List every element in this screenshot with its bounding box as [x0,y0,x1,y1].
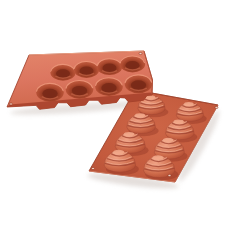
round-cavity [74,61,99,77]
cavity-bottom [42,89,57,99]
dome-apex-highlight [174,119,184,123]
silicone-molds-photo [0,0,228,228]
dome-apex-highlight [163,138,174,143]
product-photo [0,0,228,228]
round-cavity [95,78,123,96]
corner-hole [215,106,218,108]
cavity-bottom [80,66,94,75]
corner-hole [139,52,142,54]
corner-hole [92,167,95,169]
cavity-bottom [131,80,146,90]
cavity-bottom [101,83,116,93]
dome-apex-highlight [152,155,163,160]
flat-mold [7,51,153,109]
round-cavity [125,75,153,93]
corner-hole [168,174,171,176]
round-cavity [97,59,122,75]
round-cavity [50,64,75,80]
round-cavity [66,80,94,98]
dome-apex-highlight [113,150,124,155]
cavity-bottom [103,64,117,73]
dome-apex-highlight [184,102,194,106]
corner-hole [10,103,13,105]
dome-apex-highlight [124,132,135,137]
cavity-bottom [56,69,70,78]
cavity-bottom [72,86,87,96]
cavity-bottom [126,61,140,70]
round-cavity [120,56,145,72]
dome-apex-highlight [135,113,145,117]
round-cavity [36,83,64,101]
